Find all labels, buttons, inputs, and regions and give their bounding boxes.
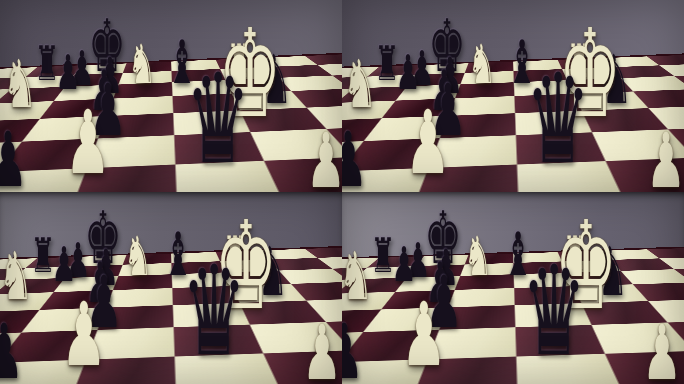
white-knight-a5: ♞ xyxy=(342,244,373,310)
black-queen-f4: ♛ xyxy=(526,57,590,181)
black-pawn-c6: ♟ xyxy=(51,240,76,288)
white-knight-e6: ♞ xyxy=(128,39,156,93)
video-frame-3: ♚♜♜♝♟♞♟♟♞♞♟♚♟♛♟♟♟ xyxy=(0,192,342,384)
white-knight-a5: ♞ xyxy=(343,52,377,118)
white-pawn-b3: ♟ xyxy=(401,292,447,380)
white-pawn-h3: ♟ xyxy=(642,314,682,384)
white-pawn-h3: ♟ xyxy=(302,314,342,384)
white-knight-a5: ♞ xyxy=(0,244,33,310)
pieces-layer: ♚♜♜♝♟♞♟♟♞♞♟♚♟♛♟♟♟ xyxy=(0,192,338,384)
white-knight-e6: ♞ xyxy=(464,231,492,285)
white-pawn-b3: ♟ xyxy=(61,292,107,380)
pieces-layer: ♚♜♜♝♟♞♟♟♞♞♟♚♟♛♟♟♟ xyxy=(342,0,682,192)
video-frame-collage: ♚♜♜♝♟♞♟♟♞♞♟♚♟♛♟♟♟ ♚♜♜♝♟♞♟♟♞♞♟♚♟♛♟♟♟ ♚♜♜♝ xyxy=(0,0,684,384)
white-pawn-h3: ♟ xyxy=(306,122,342,192)
black-queen-f4: ♛ xyxy=(186,57,250,181)
black-pawn-a4: ♟ xyxy=(342,122,368,192)
pieces-layer: ♚♜♜♝♟♞♟♟♞♞♟♚♟♛♟♟♟ xyxy=(342,192,678,384)
white-knight-e6: ♞ xyxy=(124,231,152,285)
black-queen-f4: ♛ xyxy=(522,249,586,373)
video-frame-1: ♚♜♜♝♟♞♟♟♞♞♟♚♟♛♟♟♟ xyxy=(0,0,342,192)
black-pawn-a4: ♟ xyxy=(0,122,28,192)
white-pawn-b3: ♟ xyxy=(65,100,111,188)
pieces-layer: ♚♜♜♝♟♞♟♟♞♞♟♚♟♛♟♟♟ xyxy=(0,0,342,192)
video-frame-2: ♚♜♜♝♟♞♟♟♞♞♟♚♟♛♟♟♟ xyxy=(342,0,684,192)
white-knight-e6: ♞ xyxy=(468,39,496,93)
black-queen-f4: ♛ xyxy=(182,249,246,373)
black-pawn-c6: ♟ xyxy=(55,48,80,96)
video-frame-4: ♚♜♜♝♟♞♟♟♞♞♟♚♟♛♟♟♟ xyxy=(342,192,684,384)
black-pawn-c6: ♟ xyxy=(395,48,420,96)
white-pawn-h3: ♟ xyxy=(646,122,684,192)
white-knight-a5: ♞ xyxy=(3,52,37,118)
white-pawn-b3: ♟ xyxy=(405,100,451,188)
black-pawn-a4: ♟ xyxy=(0,314,24,384)
black-pawn-a4: ♟ xyxy=(342,314,364,384)
black-pawn-c6: ♟ xyxy=(391,240,416,288)
